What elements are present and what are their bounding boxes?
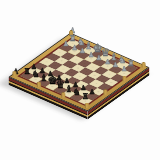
chess-set-render: ♜♞♝♚♛♝♞♜♟♟♟♟♟♟♟♟♟♟♟♟♟♟♟♟♜♞♝♚♛♝♞♜ ♟♟ [0, 0, 160, 160]
frame-post [85, 103, 89, 108]
frame-post [61, 93, 65, 98]
piece-white-pawn[interactable]: ♟ [117, 66, 131, 73]
frame-post [122, 76, 126, 81]
board-frame: ♜♞♝♚♛♝♞♜♟♟♟♟♟♟♟♟♟♟♟♟♟♟♟♟♜♞♝♚♛♝♞♜ [9, 33, 149, 111]
chessboard: ♜♞♝♚♛♝♞♜♟♟♟♟♟♟♟♟♟♟♟♟♟♟♟♟♜♞♝♚♛♝♞♜ ♟♟ [9, 33, 149, 111]
piece-black-rook[interactable]: ♜ [78, 93, 92, 101]
frame-post [103, 90, 107, 95]
frame-post [142, 63, 146, 68]
frame-post [12, 71, 16, 76]
frame-post [37, 82, 41, 87]
